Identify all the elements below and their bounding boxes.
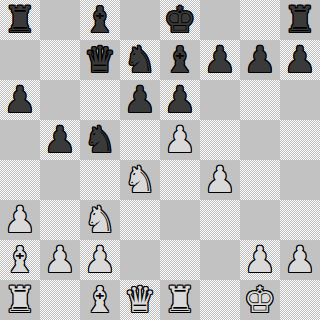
square-h4[interactable] <box>280 160 320 200</box>
square-g3[interactable] <box>240 200 280 240</box>
piece-black-pawn[interactable]: ♟ <box>44 120 76 160</box>
square-e3[interactable] <box>160 200 200 240</box>
square-d1[interactable]: ♛ <box>120 280 160 320</box>
piece-white-rook[interactable]: ♜ <box>4 280 36 320</box>
square-c8[interactable]: ♝ <box>80 0 120 40</box>
piece-black-knight[interactable]: ♞ <box>84 120 116 160</box>
square-c3[interactable]: ♞ <box>80 200 120 240</box>
square-a1[interactable]: ♜ <box>0 280 40 320</box>
piece-white-pawn[interactable]: ♟ <box>164 120 196 160</box>
square-e8[interactable]: ♚ <box>160 0 200 40</box>
square-g5[interactable] <box>240 120 280 160</box>
square-g1[interactable]: ♚ <box>240 280 280 320</box>
square-a5[interactable] <box>0 120 40 160</box>
square-f7[interactable]: ♟ <box>200 40 240 80</box>
piece-white-pawn[interactable]: ♟ <box>204 160 236 200</box>
square-d6[interactable]: ♟ <box>120 80 160 120</box>
square-f1[interactable] <box>200 280 240 320</box>
square-d2[interactable] <box>120 240 160 280</box>
chess-board: ♜♝♚♜♛♞♝♟♟♟♟♟♟♟♞♟♞♟♟♞♝♟♟♟♟♜♝♛♜♚ <box>0 0 320 320</box>
square-f8[interactable] <box>200 0 240 40</box>
piece-black-rook[interactable]: ♜ <box>284 0 316 40</box>
square-b3[interactable] <box>40 200 80 240</box>
piece-white-pawn[interactable]: ♟ <box>44 240 76 280</box>
square-h5[interactable] <box>280 120 320 160</box>
square-g7[interactable]: ♟ <box>240 40 280 80</box>
piece-white-knight[interactable]: ♞ <box>124 160 156 200</box>
square-f2[interactable] <box>200 240 240 280</box>
square-h2[interactable]: ♟ <box>280 240 320 280</box>
piece-black-king[interactable]: ♚ <box>164 0 196 40</box>
piece-white-bishop[interactable]: ♝ <box>4 240 36 280</box>
square-f5[interactable] <box>200 120 240 160</box>
square-b2[interactable]: ♟ <box>40 240 80 280</box>
square-g2[interactable]: ♟ <box>240 240 280 280</box>
square-e6[interactable]: ♟ <box>160 80 200 120</box>
square-a6[interactable]: ♟ <box>0 80 40 120</box>
square-b5[interactable]: ♟ <box>40 120 80 160</box>
square-g6[interactable] <box>240 80 280 120</box>
piece-white-knight[interactable]: ♞ <box>84 200 116 240</box>
piece-black-pawn[interactable]: ♟ <box>4 80 36 120</box>
square-c6[interactable] <box>80 80 120 120</box>
square-b4[interactable] <box>40 160 80 200</box>
piece-black-pawn[interactable]: ♟ <box>124 80 156 120</box>
square-e4[interactable] <box>160 160 200 200</box>
piece-black-rook[interactable]: ♜ <box>4 0 36 40</box>
piece-white-pawn[interactable]: ♟ <box>284 240 316 280</box>
square-f4[interactable]: ♟ <box>200 160 240 200</box>
piece-white-bishop[interactable]: ♝ <box>84 280 116 320</box>
square-d3[interactable] <box>120 200 160 240</box>
square-h3[interactable] <box>280 200 320 240</box>
piece-black-pawn[interactable]: ♟ <box>244 40 276 80</box>
square-e5[interactable]: ♟ <box>160 120 200 160</box>
square-c4[interactable] <box>80 160 120 200</box>
piece-black-bishop[interactable]: ♝ <box>84 0 116 40</box>
piece-black-pawn[interactable]: ♟ <box>164 80 196 120</box>
square-c1[interactable]: ♝ <box>80 280 120 320</box>
piece-black-knight[interactable]: ♞ <box>124 40 156 80</box>
square-a4[interactable] <box>0 160 40 200</box>
square-b6[interactable] <box>40 80 80 120</box>
square-c7[interactable]: ♛ <box>80 40 120 80</box>
piece-white-queen[interactable]: ♛ <box>124 280 156 320</box>
square-f3[interactable] <box>200 200 240 240</box>
piece-white-pawn[interactable]: ♟ <box>84 240 116 280</box>
square-g4[interactable] <box>240 160 280 200</box>
square-d8[interactable] <box>120 0 160 40</box>
piece-white-pawn[interactable]: ♟ <box>244 240 276 280</box>
square-f6[interactable] <box>200 80 240 120</box>
piece-black-pawn[interactable]: ♟ <box>204 40 236 80</box>
piece-black-pawn[interactable]: ♟ <box>284 40 316 80</box>
square-c2[interactable]: ♟ <box>80 240 120 280</box>
square-d7[interactable]: ♞ <box>120 40 160 80</box>
piece-white-rook[interactable]: ♜ <box>164 280 196 320</box>
square-a3[interactable]: ♟ <box>0 200 40 240</box>
square-h1[interactable] <box>280 280 320 320</box>
piece-black-bishop[interactable]: ♝ <box>164 40 196 80</box>
piece-white-pawn[interactable]: ♟ <box>4 200 36 240</box>
square-b8[interactable] <box>40 0 80 40</box>
square-b1[interactable] <box>40 280 80 320</box>
square-e7[interactable]: ♝ <box>160 40 200 80</box>
square-h6[interactable] <box>280 80 320 120</box>
piece-black-queen[interactable]: ♛ <box>84 40 116 80</box>
square-g8[interactable] <box>240 0 280 40</box>
square-a7[interactable] <box>0 40 40 80</box>
square-e2[interactable] <box>160 240 200 280</box>
square-d4[interactable]: ♞ <box>120 160 160 200</box>
square-a2[interactable]: ♝ <box>0 240 40 280</box>
square-b7[interactable] <box>40 40 80 80</box>
square-c5[interactable]: ♞ <box>80 120 120 160</box>
square-h8[interactable]: ♜ <box>280 0 320 40</box>
square-h7[interactable]: ♟ <box>280 40 320 80</box>
square-d5[interactable] <box>120 120 160 160</box>
square-a8[interactable]: ♜ <box>0 0 40 40</box>
piece-white-king[interactable]: ♚ <box>244 280 276 320</box>
square-e1[interactable]: ♜ <box>160 280 200 320</box>
